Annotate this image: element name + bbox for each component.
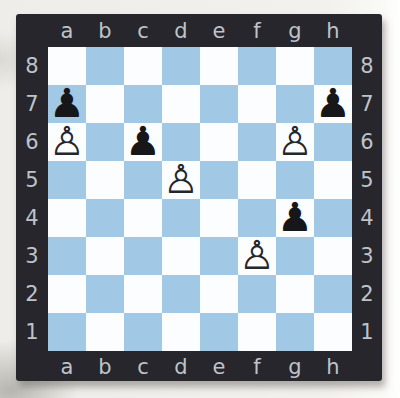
square-d5: ♙ (162, 161, 200, 199)
square-d8 (162, 47, 200, 85)
file-label-top-f: f (238, 14, 276, 47)
square-g2 (276, 275, 314, 313)
rank-label-left-3: 3 (16, 237, 48, 275)
square-c1 (124, 313, 162, 351)
black-pawn: ♟ (125, 121, 161, 161)
square-e2 (200, 275, 238, 313)
rank-label-left-1: 1 (16, 313, 48, 351)
file-label-bottom-g: g (276, 351, 314, 381)
file-label-top-d: d (162, 14, 200, 47)
square-c4 (124, 199, 162, 237)
rank-label-left-4: 4 (16, 199, 48, 237)
black-pawn: ♟ (277, 197, 313, 237)
square-b2 (86, 275, 124, 313)
square-g1 (276, 313, 314, 351)
square-d4 (162, 199, 200, 237)
file-label-top-c: c (124, 14, 162, 47)
square-e5 (200, 161, 238, 199)
scanned-page-background: abcdefgh887♟♟76♙♟♙65♙54♟43♙32211abcdefgh (0, 0, 400, 398)
white-pawn: ♙ (277, 121, 313, 161)
file-label-top-g: g (276, 14, 314, 47)
square-g4: ♟ (276, 199, 314, 237)
rank-label-left-8: 8 (16, 47, 48, 85)
board-corner-top-right (352, 14, 382, 47)
rank-label-left-6: 6 (16, 123, 48, 161)
square-e1 (200, 313, 238, 351)
square-g3 (276, 237, 314, 275)
square-h5 (314, 161, 352, 199)
chess-board: abcdefgh887♟♟76♙♟♙65♙54♟43♙32211abcdefgh (16, 14, 382, 381)
square-h6 (314, 123, 352, 161)
file-label-bottom-f: f (238, 351, 276, 381)
square-f5 (238, 161, 276, 199)
rank-label-right-6: 6 (352, 123, 382, 161)
board-corner-top-left (16, 14, 48, 47)
square-d3 (162, 237, 200, 275)
board-corner-bottom-right (352, 351, 382, 381)
square-f8 (238, 47, 276, 85)
square-b7 (86, 85, 124, 123)
file-label-bottom-e: e (200, 351, 238, 381)
square-h7: ♟ (314, 85, 352, 123)
square-e7 (200, 85, 238, 123)
file-label-bottom-c: c (124, 351, 162, 381)
square-c8 (124, 47, 162, 85)
square-b1 (86, 313, 124, 351)
square-b4 (86, 199, 124, 237)
black-pawn: ♟ (49, 83, 85, 123)
white-pawn: ♙ (49, 121, 85, 161)
square-c6: ♟ (124, 123, 162, 161)
square-f6 (238, 123, 276, 161)
white-pawn: ♙ (163, 159, 199, 199)
square-a2 (48, 275, 86, 313)
file-label-bottom-a: a (48, 351, 86, 381)
file-label-bottom-b: b (86, 351, 124, 381)
square-a5 (48, 161, 86, 199)
square-g6: ♙ (276, 123, 314, 161)
square-b8 (86, 47, 124, 85)
file-label-top-h: h (314, 14, 352, 47)
rank-label-left-2: 2 (16, 275, 48, 313)
board-corner-bottom-left (16, 351, 48, 381)
square-h4 (314, 199, 352, 237)
square-a4 (48, 199, 86, 237)
square-a1 (48, 313, 86, 351)
file-label-top-b: b (86, 14, 124, 47)
square-f3: ♙ (238, 237, 276, 275)
square-h2 (314, 275, 352, 313)
file-label-bottom-d: d (162, 351, 200, 381)
rank-label-left-5: 5 (16, 161, 48, 199)
rank-label-right-1: 1 (352, 313, 382, 351)
rank-label-right-5: 5 (352, 161, 382, 199)
square-d2 (162, 275, 200, 313)
square-d1 (162, 313, 200, 351)
square-f7 (238, 85, 276, 123)
square-e8 (200, 47, 238, 85)
square-b5 (86, 161, 124, 199)
square-a3 (48, 237, 86, 275)
file-label-top-a: a (48, 14, 86, 47)
square-h1 (314, 313, 352, 351)
square-b3 (86, 237, 124, 275)
black-pawn: ♟ (315, 83, 351, 123)
square-e4 (200, 199, 238, 237)
rank-label-right-8: 8 (352, 47, 382, 85)
square-c5 (124, 161, 162, 199)
rank-label-right-3: 3 (352, 237, 382, 275)
square-e3 (200, 237, 238, 275)
square-e6 (200, 123, 238, 161)
file-label-top-e: e (200, 14, 238, 47)
square-f2 (238, 275, 276, 313)
file-label-bottom-h: h (314, 351, 352, 381)
square-f1 (238, 313, 276, 351)
rank-label-right-7: 7 (352, 85, 382, 123)
square-b6 (86, 123, 124, 161)
square-c3 (124, 237, 162, 275)
square-a6: ♙ (48, 123, 86, 161)
rank-label-right-4: 4 (352, 199, 382, 237)
white-pawn: ♙ (239, 235, 275, 275)
square-c2 (124, 275, 162, 313)
square-g8 (276, 47, 314, 85)
square-h3 (314, 237, 352, 275)
rank-label-right-2: 2 (352, 275, 382, 313)
square-d7 (162, 85, 200, 123)
rank-label-left-7: 7 (16, 85, 48, 123)
